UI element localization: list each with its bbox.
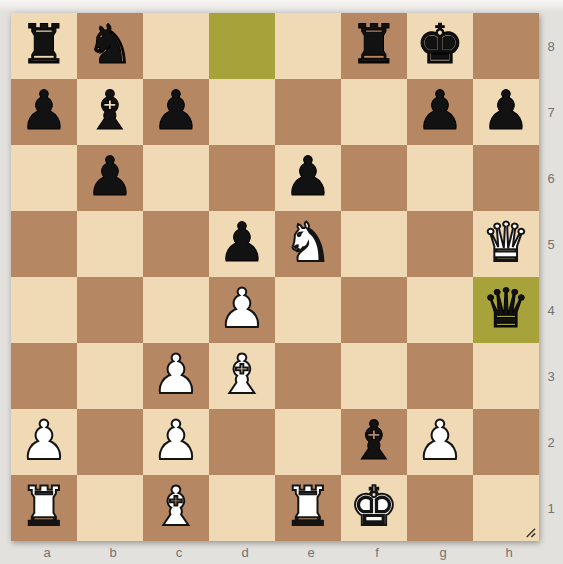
square-f3[interactable] bbox=[341, 343, 407, 409]
black-pawn[interactable]: ♟ bbox=[416, 84, 464, 138]
square-h5[interactable]: ♛ bbox=[473, 211, 539, 277]
square-e5[interactable]: ♞ bbox=[275, 211, 341, 277]
square-f5[interactable] bbox=[341, 211, 407, 277]
chess-app-page: ♜♞♜♚♟♝♟♟♟♟♟♟♞♛♟♛♟♝♟♟♝♟♜♝♜♚ 87654321 abcd… bbox=[0, 0, 563, 564]
square-e4[interactable] bbox=[275, 277, 341, 343]
square-a3[interactable] bbox=[11, 343, 77, 409]
square-c7[interactable]: ♟ bbox=[143, 79, 209, 145]
black-queen[interactable]: ♛ bbox=[482, 282, 530, 336]
square-g1[interactable] bbox=[407, 475, 473, 541]
rank-label-8: 8 bbox=[540, 13, 562, 79]
black-pawn[interactable]: ♟ bbox=[218, 216, 266, 270]
white-pawn[interactable]: ♟ bbox=[20, 414, 68, 468]
square-b2[interactable] bbox=[77, 409, 143, 475]
black-pawn[interactable]: ♟ bbox=[152, 84, 200, 138]
square-d6[interactable] bbox=[209, 145, 275, 211]
square-b5[interactable] bbox=[77, 211, 143, 277]
square-g2[interactable]: ♟ bbox=[407, 409, 473, 475]
square-d1[interactable] bbox=[209, 475, 275, 541]
square-h7[interactable]: ♟ bbox=[473, 79, 539, 145]
white-pawn[interactable]: ♟ bbox=[152, 414, 200, 468]
rank-label-3: 3 bbox=[540, 343, 562, 409]
square-h8[interactable] bbox=[473, 13, 539, 79]
black-rook[interactable]: ♜ bbox=[350, 18, 398, 72]
square-a1[interactable]: ♜ bbox=[11, 475, 77, 541]
white-pawn[interactable]: ♟ bbox=[416, 414, 464, 468]
square-f7[interactable] bbox=[341, 79, 407, 145]
square-c1[interactable]: ♝ bbox=[143, 475, 209, 541]
square-a5[interactable] bbox=[11, 211, 77, 277]
white-bishop[interactable]: ♝ bbox=[218, 348, 266, 402]
square-a7[interactable]: ♟ bbox=[11, 79, 77, 145]
square-e1[interactable]: ♜ bbox=[275, 475, 341, 541]
square-b6[interactable]: ♟ bbox=[77, 145, 143, 211]
black-pawn[interactable]: ♟ bbox=[20, 84, 68, 138]
black-pawn[interactable]: ♟ bbox=[482, 84, 530, 138]
file-label-a: a bbox=[11, 542, 77, 562]
square-g5[interactable] bbox=[407, 211, 473, 277]
rank-label-7: 7 bbox=[540, 79, 562, 145]
file-label-g: g bbox=[407, 542, 473, 562]
white-rook[interactable]: ♜ bbox=[284, 480, 332, 534]
white-rook[interactable]: ♜ bbox=[20, 480, 68, 534]
square-c6[interactable] bbox=[143, 145, 209, 211]
black-king[interactable]: ♚ bbox=[416, 18, 464, 72]
black-rook[interactable]: ♜ bbox=[20, 18, 68, 72]
resize-handle-icon[interactable] bbox=[523, 525, 536, 538]
square-e7[interactable] bbox=[275, 79, 341, 145]
white-bishop[interactable]: ♝ bbox=[152, 480, 200, 534]
square-e8[interactable] bbox=[275, 13, 341, 79]
white-pawn[interactable]: ♟ bbox=[218, 282, 266, 336]
rank-label-5: 5 bbox=[540, 211, 562, 277]
square-d2[interactable] bbox=[209, 409, 275, 475]
rank-label-4: 4 bbox=[540, 277, 562, 343]
square-a8[interactable]: ♜ bbox=[11, 13, 77, 79]
square-f1[interactable]: ♚ bbox=[341, 475, 407, 541]
square-c2[interactable]: ♟ bbox=[143, 409, 209, 475]
file-coordinates: abcdefgh bbox=[11, 542, 539, 562]
white-queen[interactable]: ♛ bbox=[482, 216, 530, 270]
square-g3[interactable] bbox=[407, 343, 473, 409]
square-d5[interactable]: ♟ bbox=[209, 211, 275, 277]
square-c3[interactable]: ♟ bbox=[143, 343, 209, 409]
square-a2[interactable]: ♟ bbox=[11, 409, 77, 475]
square-b8[interactable]: ♞ bbox=[77, 13, 143, 79]
file-label-d: d bbox=[209, 542, 275, 562]
square-e2[interactable] bbox=[275, 409, 341, 475]
square-h3[interactable] bbox=[473, 343, 539, 409]
square-c8[interactable] bbox=[143, 13, 209, 79]
square-d3[interactable]: ♝ bbox=[209, 343, 275, 409]
rank-coordinates: 87654321 bbox=[540, 13, 562, 541]
black-pawn[interactable]: ♟ bbox=[284, 150, 332, 204]
file-label-c: c bbox=[143, 542, 209, 562]
square-b1[interactable] bbox=[77, 475, 143, 541]
square-g8[interactable]: ♚ bbox=[407, 13, 473, 79]
square-d8[interactable] bbox=[209, 13, 275, 79]
square-b7[interactable]: ♝ bbox=[77, 79, 143, 145]
black-pawn[interactable]: ♟ bbox=[86, 150, 134, 204]
square-e3[interactable] bbox=[275, 343, 341, 409]
square-a6[interactable] bbox=[11, 145, 77, 211]
square-e6[interactable]: ♟ bbox=[275, 145, 341, 211]
square-g4[interactable] bbox=[407, 277, 473, 343]
square-c4[interactable] bbox=[143, 277, 209, 343]
square-f8[interactable]: ♜ bbox=[341, 13, 407, 79]
rank-label-2: 2 bbox=[540, 409, 562, 475]
square-g7[interactable]: ♟ bbox=[407, 79, 473, 145]
square-b3[interactable] bbox=[77, 343, 143, 409]
square-h2[interactable] bbox=[473, 409, 539, 475]
file-label-e: e bbox=[275, 542, 341, 562]
black-bishop[interactable]: ♝ bbox=[350, 414, 398, 468]
square-a4[interactable] bbox=[11, 277, 77, 343]
rank-label-6: 6 bbox=[540, 145, 562, 211]
file-label-b: b bbox=[77, 542, 143, 562]
square-h4[interactable]: ♛ bbox=[473, 277, 539, 343]
black-knight[interactable]: ♞ bbox=[86, 18, 134, 72]
rank-label-1: 1 bbox=[540, 475, 562, 541]
file-label-f: f bbox=[341, 542, 407, 562]
square-f6[interactable] bbox=[341, 145, 407, 211]
square-h6[interactable] bbox=[473, 145, 539, 211]
white-knight[interactable]: ♞ bbox=[284, 216, 332, 270]
square-f2[interactable]: ♝ bbox=[341, 409, 407, 475]
square-d7[interactable] bbox=[209, 79, 275, 145]
chess-board: ♜♞♜♚♟♝♟♟♟♟♟♟♞♛♟♛♟♝♟♟♝♟♜♝♜♚ bbox=[11, 13, 539, 541]
white-pawn[interactable]: ♟ bbox=[152, 348, 200, 402]
square-b4[interactable] bbox=[77, 277, 143, 343]
white-king[interactable]: ♚ bbox=[350, 480, 398, 534]
square-f4[interactable] bbox=[341, 277, 407, 343]
square-c5[interactable] bbox=[143, 211, 209, 277]
file-label-h: h bbox=[473, 542, 539, 562]
square-d4[interactable]: ♟ bbox=[209, 277, 275, 343]
square-g6[interactable] bbox=[407, 145, 473, 211]
black-bishop[interactable]: ♝ bbox=[86, 84, 134, 138]
